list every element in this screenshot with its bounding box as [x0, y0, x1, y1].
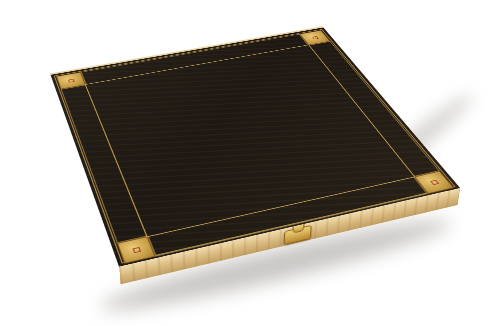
- checkers-board: [50, 26, 460, 266]
- scene: [0, 0, 500, 326]
- latch-clasp[interactable]: [284, 225, 312, 245]
- product-photo-stage: [0, 0, 500, 326]
